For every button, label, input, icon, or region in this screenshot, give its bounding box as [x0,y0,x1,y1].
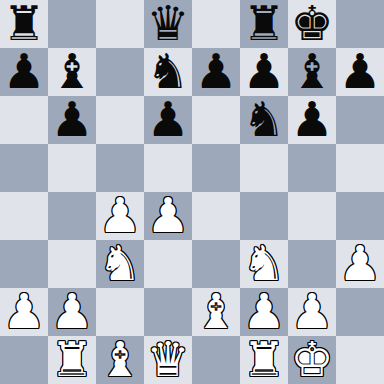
square-c6[interactable] [96,96,144,144]
square-c5[interactable] [96,144,144,192]
square-b8[interactable] [48,0,96,48]
square-d1[interactable]: ♛ [144,336,192,384]
white-pawn[interactable]: ♟ [50,287,93,335]
square-d7[interactable]: ♞ [144,48,192,96]
square-e2[interactable]: ♝ [192,288,240,336]
white-rook[interactable]: ♜ [242,335,285,383]
black-queen[interactable]: ♛ [146,0,189,47]
square-f4[interactable] [240,192,288,240]
square-c4[interactable]: ♟ [96,192,144,240]
black-rook[interactable]: ♜ [242,0,285,47]
square-h3[interactable]: ♟ [336,240,384,288]
square-a2[interactable]: ♟ [0,288,48,336]
square-c8[interactable] [96,0,144,48]
square-e3[interactable] [192,240,240,288]
square-b2[interactable]: ♟ [48,288,96,336]
square-b6[interactable]: ♟ [48,96,96,144]
square-a4[interactable] [0,192,48,240]
square-h8[interactable] [336,0,384,48]
square-a1[interactable] [0,336,48,384]
white-pawn[interactable]: ♟ [146,191,189,239]
square-e6[interactable] [192,96,240,144]
black-knight[interactable]: ♞ [146,47,189,95]
square-f6[interactable]: ♞ [240,96,288,144]
square-c1[interactable]: ♝ [96,336,144,384]
square-f3[interactable]: ♞ [240,240,288,288]
square-h1[interactable] [336,336,384,384]
square-f1[interactable]: ♜ [240,336,288,384]
square-f8[interactable]: ♜ [240,0,288,48]
white-king[interactable]: ♚ [290,335,333,383]
chess-board: ♜♛♜♚♟♝♞♟♟♝♟♟♟♞♟♟♟♞♞♟♟♟♝♟♟♜♝♛♜♚ [0,0,384,384]
square-b3[interactable] [48,240,96,288]
square-b5[interactable] [48,144,96,192]
square-c3[interactable]: ♞ [96,240,144,288]
square-c7[interactable] [96,48,144,96]
square-c2[interactable] [96,288,144,336]
white-knight[interactable]: ♞ [242,239,285,287]
square-d5[interactable] [144,144,192,192]
white-pawn[interactable]: ♟ [338,239,381,287]
white-pawn[interactable]: ♟ [290,287,333,335]
square-e4[interactable] [192,192,240,240]
square-e1[interactable] [192,336,240,384]
square-e8[interactable] [192,0,240,48]
white-pawn[interactable]: ♟ [2,287,45,335]
white-bishop[interactable]: ♝ [194,287,237,335]
square-d3[interactable] [144,240,192,288]
square-g1[interactable]: ♚ [288,336,336,384]
square-g6[interactable]: ♟ [288,96,336,144]
square-b4[interactable] [48,192,96,240]
black-pawn[interactable]: ♟ [146,95,189,143]
square-b1[interactable]: ♜ [48,336,96,384]
white-queen[interactable]: ♛ [146,335,189,383]
black-rook[interactable]: ♜ [2,0,45,47]
black-pawn[interactable]: ♟ [194,47,237,95]
square-g8[interactable]: ♚ [288,0,336,48]
black-knight[interactable]: ♞ [242,95,285,143]
square-e5[interactable] [192,144,240,192]
white-knight[interactable]: ♞ [98,239,141,287]
square-f5[interactable] [240,144,288,192]
black-pawn[interactable]: ♟ [50,95,93,143]
square-a3[interactable] [0,240,48,288]
square-d2[interactable] [144,288,192,336]
square-a5[interactable] [0,144,48,192]
square-a8[interactable]: ♜ [0,0,48,48]
black-pawn[interactable]: ♟ [290,95,333,143]
square-h4[interactable] [336,192,384,240]
square-g3[interactable] [288,240,336,288]
square-e7[interactable]: ♟ [192,48,240,96]
square-g4[interactable] [288,192,336,240]
black-king[interactable]: ♚ [290,0,333,47]
black-pawn[interactable]: ♟ [242,47,285,95]
square-h5[interactable] [336,144,384,192]
square-d4[interactable]: ♟ [144,192,192,240]
square-a7[interactable]: ♟ [0,48,48,96]
black-bishop[interactable]: ♝ [50,47,93,95]
square-h7[interactable]: ♟ [336,48,384,96]
square-b7[interactable]: ♝ [48,48,96,96]
white-pawn[interactable]: ♟ [98,191,141,239]
square-f7[interactable]: ♟ [240,48,288,96]
square-f2[interactable]: ♟ [240,288,288,336]
square-h6[interactable] [336,96,384,144]
white-bishop[interactable]: ♝ [98,335,141,383]
square-h2[interactable] [336,288,384,336]
square-d8[interactable]: ♛ [144,0,192,48]
square-d6[interactable]: ♟ [144,96,192,144]
square-g5[interactable] [288,144,336,192]
white-pawn[interactable]: ♟ [242,287,285,335]
white-rook[interactable]: ♜ [50,335,93,383]
square-a6[interactable] [0,96,48,144]
black-bishop[interactable]: ♝ [290,47,333,95]
square-g7[interactable]: ♝ [288,48,336,96]
black-pawn[interactable]: ♟ [2,47,45,95]
square-g2[interactable]: ♟ [288,288,336,336]
black-pawn[interactable]: ♟ [338,47,381,95]
